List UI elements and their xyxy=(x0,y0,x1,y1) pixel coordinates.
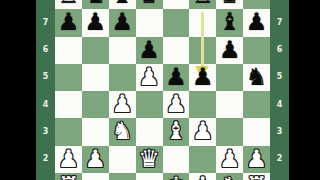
square-e3: ♝ xyxy=(163,118,190,145)
square-g2: ♟ xyxy=(216,146,243,173)
square-d1 xyxy=(136,173,163,180)
white-pawn: ♟ xyxy=(165,91,187,118)
square-f8: ♜ xyxy=(189,0,216,9)
rank-label-8: 8 xyxy=(36,0,55,9)
square-e4: ♟ xyxy=(163,91,190,118)
white-pawn: ♟ xyxy=(58,146,80,173)
square-d4 xyxy=(136,91,163,118)
rank-label-2: 2 xyxy=(270,146,289,173)
black-pawn: ♟ xyxy=(58,9,80,36)
square-h5: ♞ xyxy=(243,64,270,91)
square-f2 xyxy=(189,146,216,173)
square-a6 xyxy=(55,37,82,64)
rank-label-3: 3 xyxy=(270,118,289,145)
square-c2 xyxy=(109,146,136,173)
square-e2 xyxy=(163,146,190,173)
rank-label-4: 4 xyxy=(36,91,55,118)
black-pawn: ♟ xyxy=(192,64,214,91)
square-f1: ♝ xyxy=(189,173,216,180)
white-king: ♚ xyxy=(165,173,187,180)
black-queen: ♛ xyxy=(138,0,160,9)
square-g1: ♞ xyxy=(216,173,243,180)
square-a4 xyxy=(55,91,82,118)
white-rook: ♜ xyxy=(58,173,80,180)
square-b2: ♟ xyxy=(82,146,109,173)
square-e6 xyxy=(163,37,190,64)
square-c4: ♟ xyxy=(109,91,136,118)
rank-label-7: 7 xyxy=(270,9,289,36)
rank-label-5: 5 xyxy=(36,64,55,91)
white-bishop: ♝ xyxy=(165,118,187,145)
square-c6 xyxy=(109,37,136,64)
white-rook: ♜ xyxy=(246,173,268,180)
square-b5 xyxy=(82,64,109,91)
square-g4 xyxy=(216,91,243,118)
square-h4 xyxy=(243,91,270,118)
square-e7 xyxy=(163,9,190,36)
black-pawn: ♟ xyxy=(111,9,133,36)
white-knight: ♞ xyxy=(219,173,241,180)
square-d2: ♛ xyxy=(136,146,163,173)
black-bishop: ♝ xyxy=(219,9,241,36)
square-a7: ♟ xyxy=(55,9,82,36)
square-c3: ♞ xyxy=(109,118,136,145)
rank-label-4: 4 xyxy=(270,91,289,118)
white-pawn: ♟ xyxy=(138,64,160,91)
square-a1: ♜ xyxy=(55,173,82,180)
square-h2: ♟ xyxy=(243,146,270,173)
rank-label-2: 2 xyxy=(36,146,55,173)
chess-board: ♜♞♝♛♜♚♟♟♟♝♟♟♟♟♟♟♞♟♟♞♝♟♟♟♛♟♟♜♚♝♞♜ xyxy=(55,0,270,180)
rank-label-1: 1 xyxy=(36,173,55,180)
square-c5 xyxy=(109,64,136,91)
rank-label-5: 5 xyxy=(270,64,289,91)
square-f4 xyxy=(189,91,216,118)
white-pawn: ♟ xyxy=(192,118,214,145)
square-b1 xyxy=(82,173,109,180)
square-b3 xyxy=(82,118,109,145)
square-a3 xyxy=(55,118,82,145)
black-pawn: ♟ xyxy=(165,64,187,91)
square-d6: ♟ xyxy=(136,37,163,64)
white-pawn: ♟ xyxy=(246,146,268,173)
square-e5: ♟ xyxy=(163,64,190,91)
board-frame-right: 87654321 xyxy=(270,0,289,180)
square-c1 xyxy=(109,173,136,180)
white-pawn: ♟ xyxy=(85,146,107,173)
black-pawn: ♟ xyxy=(246,9,268,36)
video-frame: 87654321 87654321 ♜♞♝♛♜♚♟♟♟♝♟♟♟♟♟♟♞♟♟♞♝♟… xyxy=(0,0,320,180)
black-knight: ♞ xyxy=(246,64,268,91)
square-b4 xyxy=(82,91,109,118)
rank-label-8: 8 xyxy=(270,0,289,9)
square-a5 xyxy=(55,64,82,91)
white-queen: ♛ xyxy=(138,146,160,173)
black-pawn: ♟ xyxy=(85,9,107,36)
square-f3: ♟ xyxy=(189,118,216,145)
square-d7 xyxy=(136,9,163,36)
square-g7: ♝ xyxy=(216,9,243,36)
square-f5: ♟ xyxy=(189,64,216,91)
black-pawn: ♟ xyxy=(138,37,160,64)
white-knight: ♞ xyxy=(111,118,133,145)
square-b6 xyxy=(82,37,109,64)
square-c7: ♟ xyxy=(109,9,136,36)
black-rook: ♜ xyxy=(192,0,214,9)
square-b7: ♟ xyxy=(82,9,109,36)
white-pawn: ♟ xyxy=(219,146,241,173)
black-pawn: ♟ xyxy=(219,37,241,64)
square-g6: ♟ xyxy=(216,37,243,64)
board-frame-left: 87654321 xyxy=(36,0,55,180)
rank-label-7: 7 xyxy=(36,9,55,36)
rank-label-3: 3 xyxy=(36,118,55,145)
square-h3 xyxy=(243,118,270,145)
white-bishop: ♝ xyxy=(192,173,214,180)
square-d3 xyxy=(136,118,163,145)
square-d5: ♟ xyxy=(136,64,163,91)
square-h6 xyxy=(243,37,270,64)
square-g5 xyxy=(216,64,243,91)
rank-label-6: 6 xyxy=(270,37,289,64)
move-arrow-line xyxy=(201,12,204,68)
square-h7: ♟ xyxy=(243,9,270,36)
white-pawn: ♟ xyxy=(111,91,133,118)
square-e1: ♚ xyxy=(163,173,190,180)
square-h1: ♜ xyxy=(243,173,270,180)
square-g3 xyxy=(216,118,243,145)
rank-label-1: 1 xyxy=(270,173,289,180)
square-e8 xyxy=(163,0,190,9)
square-a2: ♟ xyxy=(55,146,82,173)
square-d8: ♛ xyxy=(136,0,163,9)
rank-label-6: 6 xyxy=(36,37,55,64)
